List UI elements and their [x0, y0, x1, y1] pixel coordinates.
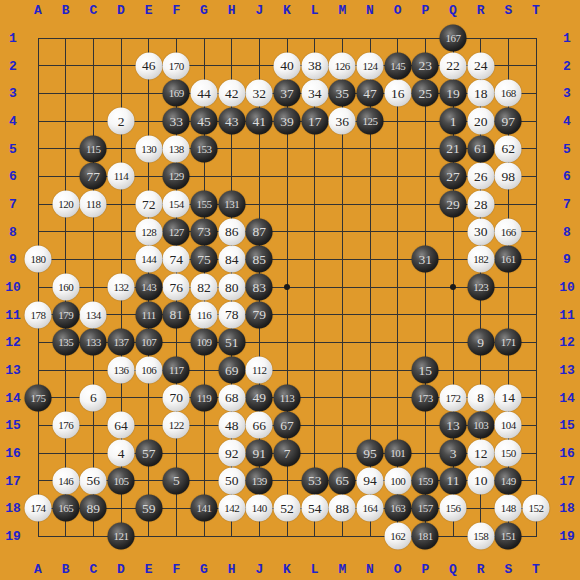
coord-label-top: A: [34, 4, 42, 17]
stone-h14: 68: [218, 384, 245, 411]
move-number: 79: [253, 308, 267, 322]
stone-f13: 117: [163, 357, 190, 384]
stone-k4: 39: [274, 108, 301, 135]
move-number: 117: [169, 365, 184, 376]
move-number: 128: [141, 226, 156, 237]
coord-label-right: 1: [563, 32, 571, 45]
stone-m4: 36: [329, 108, 356, 135]
coord-label-bottom: D: [117, 563, 125, 576]
stone-p9: 31: [412, 246, 439, 273]
star-point: [450, 284, 456, 290]
move-number: 67: [280, 419, 294, 433]
stone-b10: 160: [52, 274, 79, 301]
stone-l18: 54: [301, 495, 328, 522]
stone-c17: 56: [80, 467, 107, 494]
move-number: 121: [114, 531, 129, 542]
move-number: 78: [225, 308, 239, 322]
coord-label-top: G: [200, 4, 208, 17]
stone-b11: 179: [52, 301, 79, 328]
move-number: 82: [197, 280, 211, 294]
stone-r4: 20: [467, 108, 494, 135]
move-number: 162: [390, 531, 405, 542]
move-number: 76: [170, 280, 184, 294]
move-number: 138: [169, 143, 184, 154]
coord-label-left: 17: [5, 474, 21, 487]
coord-label-top: Q: [449, 4, 457, 17]
stone-g12: 109: [191, 329, 218, 356]
move-number: 12: [474, 446, 488, 460]
coord-label-top: O: [394, 4, 402, 17]
stone-q4: 1: [440, 108, 467, 135]
coord-label-right: 19: [559, 530, 575, 543]
coord-label-bottom: L: [311, 563, 319, 576]
coord-label-right: 7: [563, 198, 571, 211]
move-number: 3: [450, 446, 457, 460]
move-number: 24: [474, 59, 488, 73]
move-number: 123: [473, 282, 488, 293]
move-number: 130: [141, 143, 156, 154]
stone-e11: 111: [135, 301, 162, 328]
stone-h13: 69: [218, 357, 245, 384]
coord-label-left: 4: [9, 115, 17, 128]
move-number: 91: [253, 446, 267, 460]
stone-s4: 97: [495, 108, 522, 135]
coord-label-left: 15: [5, 419, 21, 432]
move-number: 168: [501, 88, 516, 99]
move-number: 25: [419, 87, 433, 101]
coord-label-bottom: N: [366, 563, 374, 576]
stone-m17: 65: [329, 467, 356, 494]
move-number: 18: [474, 87, 488, 101]
coord-label-right: 3: [563, 87, 571, 100]
move-number: 176: [58, 420, 73, 431]
move-number: 139: [252, 475, 267, 486]
move-number: 4: [118, 446, 125, 460]
stone-e12: 107: [135, 329, 162, 356]
move-number: 173: [418, 392, 433, 403]
move-number: 56: [87, 474, 101, 488]
coord-label-left: 18: [5, 502, 21, 515]
move-number: 46: [142, 59, 156, 73]
stone-f5: 138: [163, 135, 190, 162]
coord-label-right: 13: [559, 364, 575, 377]
stone-e16: 57: [135, 440, 162, 467]
coord-label-left: 2: [9, 59, 17, 72]
move-number: 30: [474, 225, 488, 239]
stone-h10: 80: [218, 274, 245, 301]
move-number: 169: [169, 88, 184, 99]
move-number: 8: [477, 391, 484, 405]
coord-label-top: H: [228, 4, 236, 17]
move-number: 171: [501, 337, 516, 348]
stone-c18: 89: [80, 495, 107, 522]
move-number: 167: [446, 33, 461, 44]
coord-label-left: 13: [5, 364, 21, 377]
move-number: 122: [169, 420, 184, 431]
stone-n4: 125: [357, 108, 384, 135]
stone-d13: 136: [108, 357, 135, 384]
move-number: 52: [280, 502, 294, 516]
stone-h18: 142: [218, 495, 245, 522]
stone-q17: 11: [440, 467, 467, 494]
coord-label-left: 8: [9, 225, 17, 238]
move-number: 159: [418, 475, 433, 486]
go-board: AABBCCDDEEFFGGHHJJKKLLMMNNOOPPQQRRSSTT11…: [0, 0, 580, 580]
stone-h17: 50: [218, 467, 245, 494]
stone-c11: 134: [80, 301, 107, 328]
move-number: 148: [501, 503, 516, 514]
coord-label-top: D: [117, 4, 125, 17]
move-number: 1: [450, 114, 457, 128]
stone-e13: 106: [135, 357, 162, 384]
coord-label-left: 12: [5, 336, 21, 349]
coord-label-bottom: J: [255, 563, 263, 576]
coord-label-right: 10: [559, 281, 575, 294]
stone-a9: 180: [25, 246, 52, 273]
move-number: 59: [142, 502, 156, 516]
move-number: 118: [86, 199, 101, 210]
move-number: 73: [197, 225, 211, 239]
move-number: 72: [142, 197, 156, 211]
grid-line-v: [536, 38, 537, 537]
move-number: 170: [169, 60, 184, 71]
move-number: 28: [474, 197, 488, 211]
move-number: 45: [197, 114, 211, 128]
stone-e9: 144: [135, 246, 162, 273]
move-number: 80: [225, 280, 239, 294]
stone-j18: 140: [246, 495, 273, 522]
stone-c6: 77: [80, 163, 107, 190]
move-number: 6: [90, 391, 97, 405]
move-number: 22: [446, 59, 460, 73]
move-number: 92: [225, 446, 239, 460]
stone-j8: 87: [246, 218, 273, 245]
move-number: 32: [253, 87, 267, 101]
move-number: 26: [474, 170, 488, 184]
move-number: 114: [114, 171, 129, 182]
stone-k16: 7: [274, 440, 301, 467]
stone-q1: 167: [440, 25, 467, 52]
coord-label-top: C: [89, 4, 97, 17]
stone-q2: 22: [440, 52, 467, 79]
stone-m2: 126: [329, 52, 356, 79]
stone-r6: 26: [467, 163, 494, 190]
move-number: 64: [114, 419, 128, 433]
move-number: 51: [225, 336, 239, 350]
stone-o18: 163: [384, 495, 411, 522]
stone-r9: 182: [467, 246, 494, 273]
move-number: 161: [501, 254, 516, 265]
move-number: 70: [170, 391, 184, 405]
move-number: 65: [336, 474, 350, 488]
move-number: 42: [225, 87, 239, 101]
move-number: 152: [529, 503, 544, 514]
move-number: 178: [31, 309, 46, 320]
coord-label-top: L: [311, 4, 319, 17]
stone-t18: 152: [523, 495, 550, 522]
move-number: 156: [446, 503, 461, 514]
stone-b17: 146: [52, 467, 79, 494]
stone-f14: 70: [163, 384, 190, 411]
stone-m3: 35: [329, 80, 356, 107]
move-number: 137: [114, 337, 129, 348]
move-number: 54: [308, 502, 322, 516]
stone-c12: 133: [80, 329, 107, 356]
stone-d17: 105: [108, 467, 135, 494]
stone-k18: 52: [274, 495, 301, 522]
stone-o19: 162: [384, 523, 411, 550]
stone-b12: 135: [52, 329, 79, 356]
move-number: 7: [284, 446, 291, 460]
move-number: 172: [446, 392, 461, 403]
stone-h8: 86: [218, 218, 245, 245]
stone-f2: 170: [163, 52, 190, 79]
stone-p18: 157: [412, 495, 439, 522]
move-number: 120: [58, 199, 73, 210]
stone-r5: 61: [467, 135, 494, 162]
move-number: 5: [173, 474, 180, 488]
move-number: 153: [197, 143, 212, 154]
coord-label-right: 5: [563, 142, 571, 155]
stone-k15: 67: [274, 412, 301, 439]
stone-g8: 73: [191, 218, 218, 245]
move-number: 68: [225, 391, 239, 405]
coord-label-left: 19: [5, 530, 21, 543]
grid-line-h: [38, 314, 537, 315]
stone-h11: 78: [218, 301, 245, 328]
move-number: 105: [114, 475, 129, 486]
stone-l2: 38: [301, 52, 328, 79]
coord-label-bottom: F: [172, 563, 180, 576]
stone-e10: 143: [135, 274, 162, 301]
move-number: 29: [446, 197, 460, 211]
move-number: 11: [447, 474, 460, 488]
stone-d10: 132: [108, 274, 135, 301]
stone-c7: 118: [80, 191, 107, 218]
stone-n16: 95: [357, 440, 384, 467]
stone-s18: 148: [495, 495, 522, 522]
stone-g4: 45: [191, 108, 218, 135]
move-number: 101: [390, 448, 405, 459]
move-number: 134: [86, 309, 101, 320]
stone-d19: 121: [108, 523, 135, 550]
stone-a11: 178: [25, 301, 52, 328]
move-number: 86: [225, 225, 239, 239]
stone-q7: 29: [440, 191, 467, 218]
stone-d15: 64: [108, 412, 135, 439]
move-number: 145: [390, 60, 405, 71]
move-number: 104: [501, 420, 516, 431]
move-number: 35: [336, 87, 350, 101]
coord-label-left: 1: [9, 32, 17, 45]
stone-h16: 92: [218, 440, 245, 467]
move-number: 182: [473, 254, 488, 265]
coord-label-top: N: [366, 4, 374, 17]
stone-q18: 156: [440, 495, 467, 522]
stone-h15: 48: [218, 412, 245, 439]
coord-label-left: 6: [9, 170, 17, 183]
coord-label-bottom: Q: [449, 563, 457, 576]
move-number: 151: [501, 531, 516, 542]
move-number: 154: [169, 199, 184, 210]
move-number: 163: [390, 503, 405, 514]
move-number: 84: [225, 253, 239, 267]
move-number: 97: [502, 114, 516, 128]
stone-e18: 59: [135, 495, 162, 522]
go-kifu-diagram: AABBCCDDEEFFGGHHJJKKLLMMNNOOPPQQRRSSTT11…: [0, 0, 580, 580]
stone-p14: 173: [412, 384, 439, 411]
move-number: 157: [418, 503, 433, 514]
move-number: 44: [197, 87, 211, 101]
coord-label-right: 8: [563, 225, 571, 238]
move-number: 2: [118, 114, 125, 128]
stone-h7: 131: [218, 191, 245, 218]
move-number: 94: [363, 474, 377, 488]
move-number: 131: [224, 199, 239, 210]
move-number: 141: [197, 503, 212, 514]
coord-label-bottom: T: [532, 563, 540, 576]
stone-k2: 40: [274, 52, 301, 79]
stone-r10: 123: [467, 274, 494, 301]
stone-d6: 114: [108, 163, 135, 190]
move-number: 9: [477, 336, 484, 350]
stone-n2: 124: [357, 52, 384, 79]
move-number: 69: [225, 363, 239, 377]
stone-r12: 9: [467, 329, 494, 356]
move-number: 57: [142, 446, 156, 460]
stone-r7: 28: [467, 191, 494, 218]
stone-f7: 154: [163, 191, 190, 218]
stone-j9: 85: [246, 246, 273, 273]
stone-m18: 88: [329, 495, 356, 522]
move-number: 19: [446, 87, 460, 101]
move-number: 111: [142, 309, 156, 320]
stone-f15: 122: [163, 412, 190, 439]
stone-o3: 16: [384, 80, 411, 107]
move-number: 158: [473, 531, 488, 542]
move-number: 15: [419, 363, 433, 377]
stone-s5: 62: [495, 135, 522, 162]
coord-label-right: 16: [559, 447, 575, 460]
stone-p3: 25: [412, 80, 439, 107]
move-number: 87: [253, 225, 267, 239]
stone-s19: 151: [495, 523, 522, 550]
stone-g5: 153: [191, 135, 218, 162]
stone-s15: 104: [495, 412, 522, 439]
move-number: 98: [502, 170, 516, 184]
stone-s9: 161: [495, 246, 522, 273]
stone-e2: 46: [135, 52, 162, 79]
coord-label-right: 4: [563, 115, 571, 128]
move-number: 100: [390, 475, 405, 486]
stone-g10: 82: [191, 274, 218, 301]
stone-g18: 141: [191, 495, 218, 522]
move-number: 106: [141, 365, 156, 376]
stone-j15: 66: [246, 412, 273, 439]
stone-j10: 83: [246, 274, 273, 301]
stone-r19: 158: [467, 523, 494, 550]
stone-j14: 49: [246, 384, 273, 411]
coord-label-left: 7: [9, 198, 17, 211]
stone-b15: 176: [52, 412, 79, 439]
move-number: 17: [308, 114, 322, 128]
move-number: 142: [224, 503, 239, 514]
move-number: 126: [335, 60, 350, 71]
move-number: 166: [501, 226, 516, 237]
move-number: 31: [419, 253, 433, 267]
coord-label-left: 10: [5, 281, 21, 294]
coord-label-right: 2: [563, 59, 571, 72]
move-number: 150: [501, 448, 516, 459]
stone-s3: 168: [495, 80, 522, 107]
coord-label-left: 16: [5, 447, 21, 460]
coord-label-left: 9: [9, 253, 17, 266]
move-number: 38: [308, 59, 322, 73]
move-number: 33: [170, 114, 184, 128]
stone-a14: 175: [25, 384, 52, 411]
move-number: 47: [363, 87, 377, 101]
coord-label-bottom: S: [504, 563, 512, 576]
stone-f6: 129: [163, 163, 190, 190]
stone-j4: 41: [246, 108, 273, 135]
stone-d12: 137: [108, 329, 135, 356]
move-number: 53: [308, 474, 322, 488]
stone-s8: 166: [495, 218, 522, 245]
coord-label-bottom: H: [228, 563, 236, 576]
move-number: 83: [253, 280, 267, 294]
stone-d4: 2: [108, 108, 135, 135]
coord-label-bottom: M: [338, 563, 346, 576]
move-number: 180: [31, 254, 46, 265]
stone-r15: 103: [467, 412, 494, 439]
stone-c14: 6: [80, 384, 107, 411]
stone-n3: 47: [357, 80, 384, 107]
move-number: 144: [141, 254, 156, 265]
coord-label-bottom: B: [62, 563, 70, 576]
coord-label-right: 12: [559, 336, 575, 349]
move-number: 95: [363, 446, 377, 460]
stone-f9: 74: [163, 246, 190, 273]
move-number: 85: [253, 253, 267, 267]
coord-label-bottom: E: [145, 563, 153, 576]
move-number: 124: [363, 60, 378, 71]
stone-f10: 76: [163, 274, 190, 301]
stone-o16: 101: [384, 440, 411, 467]
coord-label-right: 9: [563, 253, 571, 266]
coord-label-top: S: [504, 4, 512, 17]
stone-e8: 128: [135, 218, 162, 245]
stone-q15: 13: [440, 412, 467, 439]
coord-label-top: B: [62, 4, 70, 17]
stone-q6: 27: [440, 163, 467, 190]
stone-f11: 81: [163, 301, 190, 328]
move-number: 133: [86, 337, 101, 348]
coord-label-top: T: [532, 4, 540, 17]
move-number: 66: [253, 419, 267, 433]
stone-o2: 145: [384, 52, 411, 79]
stone-s17: 149: [495, 467, 522, 494]
move-number: 75: [197, 253, 211, 267]
move-number: 113: [280, 392, 295, 403]
stone-f8: 127: [163, 218, 190, 245]
stone-r2: 24: [467, 52, 494, 79]
coord-label-top: M: [338, 4, 346, 17]
move-number: 61: [474, 142, 488, 156]
move-number: 181: [418, 531, 433, 542]
coord-label-bottom: R: [477, 563, 485, 576]
move-number: 125: [363, 116, 378, 127]
stone-j3: 32: [246, 80, 273, 107]
